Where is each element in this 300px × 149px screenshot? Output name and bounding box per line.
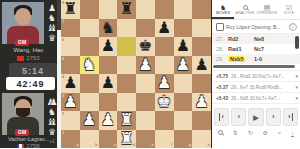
rank-label: 8 [62,1,64,5]
clock-bottom: 42:49 [6,77,55,90]
file-label: h [208,143,210,147]
captured-piece-icon: ♞ [48,107,56,117]
square-d4[interactable] [117,74,136,93]
utility-toolbar: ⇅ ↻ ⚙ < ↓ [212,126,300,137]
square-g2[interactable] [174,111,193,130]
square-e8[interactable] [136,0,155,19]
tab-openings[interactable]: ▤OPENINGS [256,0,278,19]
avatar [2,2,44,44]
move-number: 27. [216,36,228,42]
square-f6[interactable] [155,37,174,56]
title-badge: GM [15,39,29,46]
square-d2[interactable]: ♜ [117,111,136,130]
square-e1[interactable]: e [136,130,155,149]
file-label: e [152,143,154,147]
square-e6[interactable]: ♚ [136,37,155,56]
rank-label: 5 [62,57,64,61]
white-pawn-f4[interactable]: ♟ [157,75,171,91]
rank-label: 3 [62,94,64,98]
file-label: c [114,143,116,147]
chevron-down-icon[interactable]: ▾ [295,84,298,90]
magnifier-icon [243,4,248,11]
square-a1[interactable]: 1a [61,130,80,149]
flip-board-icon[interactable]: ⇅ [233,130,238,137]
square-b5[interactable]: ♞ [80,56,99,75]
white-move[interactable]: Rd2 [228,36,254,42]
square-g5[interactable]: ♟ [174,56,193,75]
file-label: a [77,143,79,147]
white-move[interactable]: Rad1 [228,46,254,52]
captured-b-group: ♝♝ [46,23,57,33]
square-h5[interactable]: ♟ [192,56,211,75]
square-f3[interactable]: ♚ [155,93,174,112]
black-knight-c7[interactable]: ♞ [101,20,115,36]
square-g4[interactable] [174,74,193,93]
square-c4[interactable]: ♟ [99,74,118,93]
square-a2[interactable]: 2 [61,111,80,130]
square-b8[interactable] [80,0,99,19]
ballot-icon: ☑ [286,4,292,11]
square-f2[interactable] [155,111,174,130]
square-c1[interactable]: c [99,130,118,149]
captured-piece-icon: ♛ [48,127,56,137]
square-f4[interactable]: ♟ [155,74,174,93]
black-move[interactable]: Ne8 [254,36,280,42]
square-g6[interactable]: ♟ [174,37,193,56]
captured-n-group: ♞ [48,107,56,117]
square-f1[interactable]: f [155,130,174,149]
move-number: 28. [216,46,228,52]
tab-analysis[interactable]: ANALYSIS [234,0,256,19]
square-b1[interactable]: b [80,130,99,149]
square-c3[interactable] [99,93,118,112]
square-h6[interactable] [192,37,211,56]
tab-label: MOVES [216,12,230,16]
square-d3[interactable] [117,93,136,112]
white-knight-b5[interactable]: ♞ [82,57,96,73]
black-move[interactable]: 1-0 [254,56,280,62]
move-rows: 27.Rd2Ne828.Rad1Nc729.Nxb51-0 [212,34,300,64]
captured-piece-icon: ♟ [48,3,56,13]
black-pawn-a4[interactable]: ♟ [63,75,77,91]
square-e7[interactable] [136,19,155,38]
opening-row[interactable]: Ruy López Opening: B... ⃠ [212,20,300,34]
knight-piece-icon: ♞ [220,4,226,11]
engine-pv[interactable]: 29...Ke7 30.Rxd8 Rxd8... [231,85,295,90]
square-d8[interactable]: ♜ [117,0,136,19]
next-move-button[interactable]: › [266,108,281,126]
square-b3[interactable] [80,93,99,112]
jump-end-button[interactable]: › [283,108,298,126]
reset-icon[interactable]: ↻ [248,130,253,137]
square-e3[interactable] [136,93,155,112]
player-name-top[interactable]: Wang, Hao [0,47,57,53]
captured-p-group: ♟♟ [46,97,57,107]
black-pawn-f7[interactable]: ♟ [157,20,171,36]
square-e4[interactable] [136,74,155,93]
file-label: f [171,143,172,147]
square-g8[interactable] [174,0,193,19]
horizontal-scrollbar[interactable] [213,65,295,68]
book-icon: ▤ [264,4,271,11]
move-list: 27.Rd2Ne828.Rad1Nc729.Nxb51-0 [212,34,300,68]
square-d1[interactable]: d♜ [117,130,136,149]
title-badge: GM [15,129,29,136]
download-icon[interactable]: ↓ [291,130,294,137]
player-rating-top: 2763 [26,55,39,61]
opening-book-icon [216,23,224,31]
jump-start-button[interactable]: ‹ [214,108,229,126]
white-pawn-b2[interactable]: ♟ [82,112,96,128]
chess-board[interactable]: 8♜♜7♞♟6♟♚♟5♞♟♟♟4♟♟♟3♟♚♟2♟♟♜1abcd♜efgh [61,0,211,148]
square-d7[interactable] [117,19,136,38]
captured-piece-icon: ♞ [48,13,56,23]
black-rook-a8[interactable]: ♜ [63,1,77,17]
square-g7[interactable] [174,19,193,38]
move-row: 29.Nxb51-0 [212,54,300,64]
square-h7[interactable] [192,19,211,38]
file-label: g [189,143,191,147]
black-rook-d8[interactable]: ♜ [119,1,133,17]
tab-label: ANALYSIS [236,12,255,16]
captured-piece-icon: ♛ [48,33,56,43]
settings-gear-icon[interactable]: ⚙ [262,130,267,137]
play-button[interactable]: ▶ [248,108,263,126]
player-rating-bottom: 2758 [26,143,39,148]
square-a3[interactable]: 3♟ [61,93,80,112]
square-f5[interactable] [155,56,174,75]
rank-label: 4 [62,75,64,79]
engine-lines: +5.7529...Rxd2 30.Nxc7+ Ke7...▾+5.3729..… [212,70,300,104]
square-c2[interactable]: ♟ [99,111,118,130]
tab-label: OPENINGS [257,12,278,16]
white-pawn-g5[interactable]: ♟ [176,57,190,73]
square-d6[interactable] [117,37,136,56]
square-h8[interactable] [192,0,211,19]
white-pawn-c2[interactable]: ♟ [101,112,115,128]
black-pawn-g6[interactable]: ♟ [176,38,190,54]
captured-n-group: ♞ [48,13,56,23]
square-h3[interactable]: ♟ [192,93,211,112]
square-f7[interactable]: ♟ [155,19,174,38]
square-h4[interactable] [192,74,211,93]
square-a4[interactable]: 4♟ [61,74,80,93]
move-number: 29. [216,56,228,62]
engine-line[interactable]: +5.3729...Ke7 30.Rxd8 Rxd8...▾ [212,82,300,93]
side-panel: ♞MOVESANALYSIS▤OPENINGS☑VOTE Ruy López O… [212,0,300,148]
square-b6[interactable] [80,37,99,56]
black-move[interactable]: Nc7 [254,46,280,52]
square-h2[interactable] [192,111,211,130]
square-c7[interactable]: ♞ [99,19,118,38]
captured-b-group: ♝♝ [46,117,57,127]
panel-tabs: ♞MOVESANALYSIS▤OPENINGS☑VOTE [212,0,300,20]
tab-moves[interactable]: ♞MOVES [212,0,234,19]
disable-circle-icon[interactable]: ⃠ [289,23,297,31]
captured-q-group: ♛ [48,33,56,43]
tab-vote[interactable]: ☑VOTE [278,0,300,19]
square-a6[interactable]: 6 [61,37,80,56]
share-icon[interactable]: < [278,130,282,137]
captured-p-group: ♟ [48,3,56,13]
vertical-scrollbar[interactable] [295,36,299,49]
square-g1[interactable]: g [174,130,193,149]
rank-label: 7 [62,20,64,24]
flag-china-icon [17,56,24,61]
square-b2[interactable]: ♟ [80,111,99,130]
file-label: b [95,143,97,147]
square-g3[interactable] [174,93,193,112]
engine-line[interactable]: +5.4329...Nd5 30.Nc7+ Ke7...▾ [212,93,300,104]
black-pawn-h5[interactable]: ♟ [194,57,208,73]
magnifier-icon[interactable] [218,130,223,135]
move-row: 27.Rd2Ne8 [212,34,300,44]
chevron-down-icon[interactable]: ▾ [295,73,298,79]
square-a5[interactable]: 5 [61,56,80,75]
engine-eval: +5.37 [216,85,231,90]
white-king-f3[interactable]: ♚ [157,94,171,110]
square-e2[interactable] [136,111,155,130]
rank-label: 1 [62,131,64,135]
engine-eval: +5.75 [216,74,231,79]
flag-france-icon [17,144,24,149]
rank-label: 2 [62,112,64,116]
previous-move-button[interactable]: ‹ [231,108,246,126]
move-row: 28.Rad1Nc7 [212,44,300,54]
white-pawn-e5[interactable]: ♟ [138,57,152,73]
tab-label: VOTE [284,12,295,16]
square-d5[interactable] [117,56,136,75]
square-b4[interactable] [80,74,99,93]
square-f8[interactable] [155,0,174,19]
square-c8[interactable] [99,0,118,19]
white-pawn-h3[interactable]: ♟ [194,94,208,110]
chevron-down-icon[interactable]: ▾ [295,95,298,101]
opening-name[interactable]: Ruy López Opening: B... [226,24,289,30]
black-pawn-c6[interactable]: ♟ [101,38,115,54]
square-c6[interactable]: ♟ [99,37,118,56]
engine-eval: +5.43 [216,96,231,101]
nav-toolbar: ‹‹▶›› [212,104,300,126]
black-king-e6[interactable]: ♚ [138,38,152,54]
captured-q-group: ♛ [48,127,56,137]
rank-label: 6 [62,38,64,42]
white-pawn-a3[interactable]: ♟ [63,94,77,110]
white-rook-d2[interactable]: ♜ [119,112,133,128]
square-a7[interactable]: 7 [61,19,80,38]
square-e5[interactable]: ♟ [136,56,155,75]
square-b7[interactable] [80,19,99,38]
engine-pv[interactable]: 29...Nd5 30.Nc7+ Ke7... [231,96,295,101]
white-move[interactable]: Nxb5 [228,56,254,62]
file-label: d [133,143,135,147]
square-c5[interactable] [99,56,118,75]
black-pawn-c4[interactable]: ♟ [101,75,115,91]
material-advantage: +1 [49,138,55,144]
engine-pv[interactable]: 29...Rxd2 30.Nxc7+ Ke7... [231,74,295,79]
chess-app: GM Wang, Hao 2763 5:14 42:49 GM Vachier-… [0,0,300,148]
square-a8[interactable]: 8♜ [61,0,80,19]
engine-line[interactable]: +5.7529...Rxd2 30.Nxc7+ Ke7...▾ [212,71,300,82]
square-h1[interactable]: h [192,130,211,149]
